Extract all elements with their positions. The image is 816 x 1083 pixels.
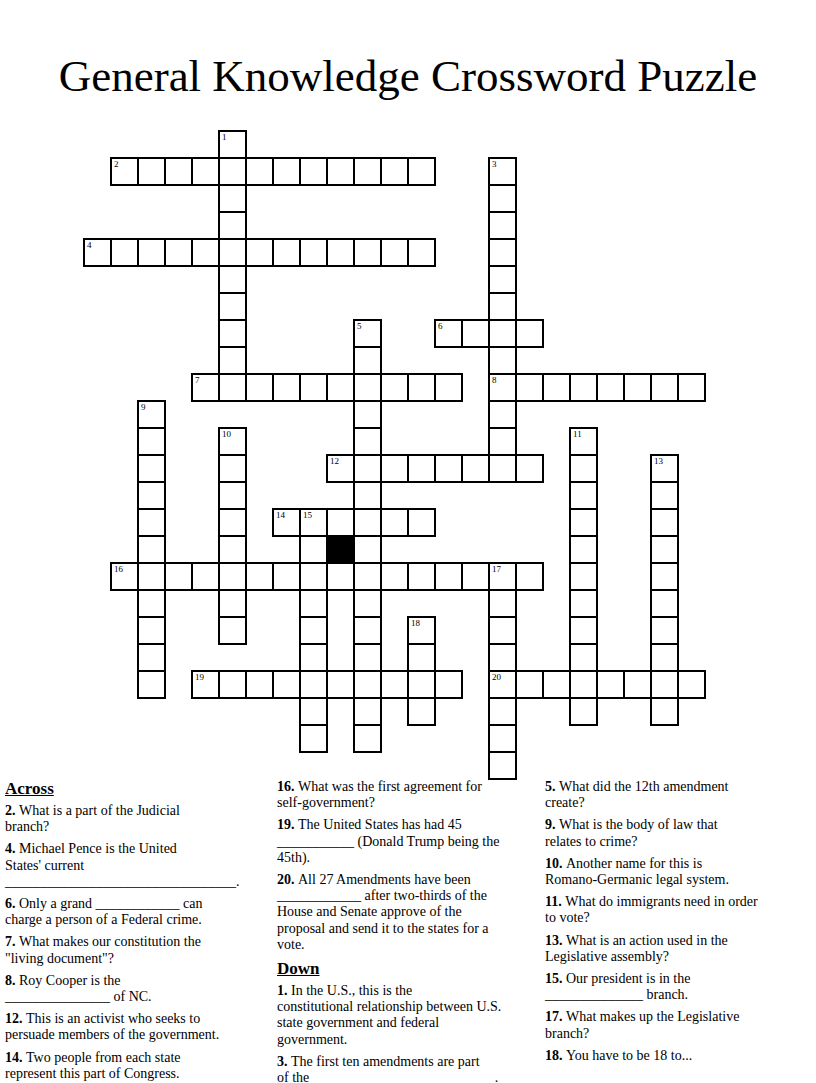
grid-cell[interactable] <box>110 238 139 267</box>
cell-number: 12 <box>330 456 339 466</box>
grid-cell[interactable] <box>137 481 166 510</box>
grid-cell[interactable] <box>488 643 517 672</box>
grid-cell[interactable] <box>245 373 274 402</box>
clue-section-header: Across <box>5 779 255 798</box>
grid-cell[interactable] <box>434 562 463 591</box>
grid-cell[interactable] <box>218 265 247 294</box>
clue-number: 7. <box>5 934 19 949</box>
grid-cell[interactable] <box>245 157 274 186</box>
grid-cell[interactable]: 11 <box>569 427 598 456</box>
grid-cell[interactable] <box>380 454 409 483</box>
grid-cell[interactable] <box>137 589 166 618</box>
clue: 4. Michael Pence is the United States' c… <box>5 841 255 890</box>
grid-cell[interactable]: 6 <box>434 319 463 348</box>
grid-cell[interactable] <box>650 508 679 537</box>
grid-cell[interactable]: 5 <box>353 319 382 348</box>
cell-number: 11 <box>573 429 582 439</box>
grid-cell[interactable] <box>380 562 409 591</box>
cell-number: 6 <box>438 321 443 331</box>
grid-cell[interactable] <box>245 238 274 267</box>
grid-cell[interactable] <box>137 616 166 645</box>
grid-cell[interactable] <box>461 454 490 483</box>
clue: 17. What makes up the Legislative branch… <box>545 1009 805 1041</box>
clue: 18. You have to be 18 to... <box>545 1048 805 1064</box>
grid-cell[interactable] <box>569 697 598 726</box>
clue: 5. What did the 12th amendment create? <box>545 779 805 811</box>
grid-cell[interactable] <box>677 373 706 402</box>
grid-cell[interactable] <box>218 184 247 213</box>
cell-number: 10 <box>222 429 231 439</box>
cell-number: 1 <box>222 132 227 142</box>
grid-cell[interactable] <box>137 157 166 186</box>
page-title: General Knowledge Crossword Puzzle <box>0 50 816 102</box>
grid-cell[interactable] <box>299 670 328 699</box>
grid-cell[interactable] <box>353 157 382 186</box>
grid-cell[interactable] <box>542 373 571 402</box>
grid-cell[interactable] <box>407 508 436 537</box>
grid-cell[interactable] <box>353 535 382 564</box>
cell-number: 18 <box>411 618 420 628</box>
grid-cell[interactable] <box>515 562 544 591</box>
grid-cell[interactable] <box>326 157 355 186</box>
grid-cell[interactable] <box>650 697 679 726</box>
grid-cell[interactable] <box>623 670 652 699</box>
grid-cell[interactable] <box>380 373 409 402</box>
grid-cell[interactable] <box>650 535 679 564</box>
grid-cell[interactable] <box>299 643 328 672</box>
clue-column-middle: 16. What was the first agreement for sel… <box>277 779 541 1083</box>
grid-cell[interactable] <box>218 238 247 267</box>
grid-cell[interactable] <box>299 616 328 645</box>
clue: 11. What do immigrants need in order to … <box>545 894 805 926</box>
grid-cell[interactable]: 14 <box>272 508 301 537</box>
grid-cell[interactable] <box>650 643 679 672</box>
grid-cell[interactable] <box>191 157 220 186</box>
grid-cell[interactable] <box>326 373 355 402</box>
grid-cell[interactable] <box>218 346 247 375</box>
grid-cell[interactable] <box>596 373 625 402</box>
grid-cell[interactable] <box>137 562 166 591</box>
grid-cell[interactable] <box>272 670 301 699</box>
grid-cell[interactable] <box>245 562 274 591</box>
grid-cell[interactable] <box>569 670 598 699</box>
clue-number: 19. <box>277 817 298 832</box>
clue: 12. This is an activist who seeks to per… <box>5 1011 255 1043</box>
grid-cell[interactable] <box>137 670 166 699</box>
grid-cell[interactable] <box>137 427 166 456</box>
grid-cell[interactable] <box>218 292 247 321</box>
grid-cell[interactable] <box>407 562 436 591</box>
grid-cell[interactable] <box>407 157 436 186</box>
grid-cell[interactable]: 1 <box>218 130 247 159</box>
grid-cell[interactable] <box>650 616 679 645</box>
grid-cell[interactable] <box>542 670 571 699</box>
grid-cell[interactable]: 13 <box>650 454 679 483</box>
grid-cell[interactable] <box>569 589 598 618</box>
grid-cell[interactable] <box>272 373 301 402</box>
grid-cell[interactable] <box>272 157 301 186</box>
clue: 13. What is an action used in the Legisl… <box>545 933 805 965</box>
grid-cell[interactable] <box>623 373 652 402</box>
grid-cell[interactable]: 15 <box>299 508 328 537</box>
clue: 6. Only a grand ____________ can charge … <box>5 896 255 928</box>
grid-cell[interactable] <box>488 724 517 753</box>
clue-number: 14. <box>5 1050 26 1065</box>
grid-cell[interactable] <box>218 562 247 591</box>
grid-cell[interactable] <box>353 346 382 375</box>
grid-cell[interactable] <box>380 670 409 699</box>
grid-cell[interactable] <box>407 373 436 402</box>
grid-cell[interactable] <box>326 238 355 267</box>
grid-cell[interactable]: 16 <box>110 562 139 591</box>
grid-cell[interactable] <box>353 508 382 537</box>
clue-section: Across2. What is a part of the Judicial … <box>0 779 816 1083</box>
grid-cell[interactable]: 2 <box>110 157 139 186</box>
clue: 2. What is a part of the Judicial branch… <box>5 803 255 835</box>
crossword-grid: 1234567891011121314151617181920 <box>83 130 708 782</box>
grid-cell[interactable] <box>488 184 517 213</box>
grid-cell[interactable] <box>218 481 247 510</box>
grid-cell[interactable] <box>380 508 409 537</box>
grid-cell[interactable]: 10 <box>218 427 247 456</box>
clue: 8. Roy Cooper is the _______________ of … <box>5 973 255 1005</box>
clue-number: 20. <box>277 872 298 887</box>
grid-cell[interactable] <box>218 157 247 186</box>
grid-cell[interactable] <box>488 238 517 267</box>
grid-cell[interactable] <box>488 697 517 726</box>
cell-number: 14 <box>276 510 285 520</box>
grid-cell[interactable] <box>353 616 382 645</box>
cell-number: 3 <box>492 159 497 169</box>
grid-cell[interactable] <box>272 238 301 267</box>
grid-cell[interactable] <box>515 670 544 699</box>
grid-cell[interactable] <box>218 670 247 699</box>
grid-cell[interactable] <box>218 454 247 483</box>
grid-cell[interactable] <box>488 400 517 429</box>
grid-cell[interactable] <box>245 670 274 699</box>
grid-cell[interactable] <box>380 238 409 267</box>
clue: 7. What makes our constitution the "livi… <box>5 934 255 966</box>
grid-cell[interactable] <box>515 373 544 402</box>
clue: 15. Our president is in the ____________… <box>545 971 805 1003</box>
grid-cell[interactable] <box>137 238 166 267</box>
grid-cell[interactable] <box>407 238 436 267</box>
grid-cell[interactable] <box>218 211 247 240</box>
grid-cell[interactable] <box>353 238 382 267</box>
grid-cell[interactable]: 7 <box>191 373 220 402</box>
grid-cell[interactable] <box>434 454 463 483</box>
grid-cell[interactable] <box>596 670 625 699</box>
grid-cell[interactable] <box>650 481 679 510</box>
cell-number: 19 <box>195 672 204 682</box>
grid-cell[interactable] <box>218 616 247 645</box>
grid-cell[interactable] <box>677 670 706 699</box>
grid-cell[interactable] <box>299 589 328 618</box>
grid-cell[interactable] <box>137 643 166 672</box>
grid-cell[interactable] <box>434 373 463 402</box>
grid-cell[interactable] <box>353 562 382 591</box>
grid-cell[interactable] <box>650 562 679 591</box>
grid-cell[interactable]: 17 <box>488 562 517 591</box>
clue-number: 8. <box>5 973 19 988</box>
cell-number: 20 <box>492 672 501 682</box>
grid-cell[interactable] <box>353 400 382 429</box>
grid-cell[interactable] <box>488 454 517 483</box>
grid-cell[interactable]: 8 <box>488 373 517 402</box>
grid-cell[interactable] <box>137 508 166 537</box>
clue: 14. Two people from each state represent… <box>5 1050 255 1082</box>
clue: 19. The United States has had 45 _______… <box>277 817 541 866</box>
grid-cell[interactable] <box>137 535 166 564</box>
cell-number: 15 <box>303 510 312 520</box>
clue-number: 17. <box>545 1009 566 1024</box>
grid-cell[interactable] <box>353 427 382 456</box>
clue-number: 2. <box>5 803 19 818</box>
grid-cell[interactable] <box>191 562 220 591</box>
grid-cell[interactable] <box>191 238 220 267</box>
grid-cell[interactable] <box>515 319 544 348</box>
clue-number: 3. <box>277 1054 291 1069</box>
grid-cell[interactable] <box>569 454 598 483</box>
grid-cell[interactable] <box>407 643 436 672</box>
grid-cell[interactable]: 18 <box>407 616 436 645</box>
grid-cell[interactable] <box>299 157 328 186</box>
grid-cell[interactable] <box>380 157 409 186</box>
grid-cell[interactable] <box>569 481 598 510</box>
grid-cell[interactable] <box>164 238 193 267</box>
clue-number: 18. <box>545 1048 566 1063</box>
clue: 10. Another name for this is Romano-Germ… <box>545 856 805 888</box>
grid-cell[interactable] <box>137 454 166 483</box>
grid-cell[interactable] <box>218 508 247 537</box>
grid-cell[interactable] <box>569 643 598 672</box>
grid-cell[interactable] <box>353 724 382 753</box>
grid-cell[interactable] <box>461 319 490 348</box>
grid-cell[interactable] <box>218 535 247 564</box>
grid-cell[interactable] <box>353 373 382 402</box>
grid-cell[interactable] <box>164 562 193 591</box>
cell-number: 16 <box>114 564 123 574</box>
cell-number: 4 <box>87 240 92 250</box>
grid-cell[interactable] <box>218 589 247 618</box>
grid-cell[interactable]: 3 <box>488 157 517 186</box>
cell-number: 5 <box>357 321 362 331</box>
grid-cell[interactable] <box>299 238 328 267</box>
grid-cell[interactable] <box>299 562 328 591</box>
grid-cell[interactable] <box>326 670 355 699</box>
grid-cell[interactable] <box>488 319 517 348</box>
clue-number: 10. <box>545 856 566 871</box>
grid-cell[interactable] <box>218 319 247 348</box>
grid-cell[interactable] <box>488 346 517 375</box>
grid-cell[interactable] <box>434 670 463 699</box>
clue-number: 11. <box>545 894 565 909</box>
grid-cell[interactable]: 12 <box>326 454 355 483</box>
grid-cell[interactable]: 9 <box>137 400 166 429</box>
clue-number: 16. <box>277 779 298 794</box>
grid-cell[interactable] <box>461 562 490 591</box>
grid-cell[interactable] <box>272 562 301 591</box>
clue-number: 4. <box>5 841 19 856</box>
grid-cell[interactable] <box>299 697 328 726</box>
clue-number: 13. <box>545 933 566 948</box>
clue-number: 9. <box>545 817 559 832</box>
cell-number: 7 <box>195 375 200 385</box>
grid-cell[interactable] <box>218 373 247 402</box>
grid-cell[interactable] <box>326 508 355 537</box>
grid-cell[interactable] <box>407 670 436 699</box>
clue-number: 12. <box>5 1011 26 1026</box>
cell-number: 13 <box>654 456 663 466</box>
grid-cell[interactable] <box>569 562 598 591</box>
grid-cell[interactable] <box>515 454 544 483</box>
grid-cell[interactable] <box>353 454 382 483</box>
clue-column-left: Across2. What is a part of the Judicial … <box>5 779 255 1083</box>
grid-cell[interactable]: 19 <box>191 670 220 699</box>
clue-number: 15. <box>545 971 566 986</box>
grid-cell[interactable] <box>353 670 382 699</box>
grid-cell[interactable] <box>650 589 679 618</box>
grid-cell[interactable] <box>488 211 517 240</box>
grid-cell[interactable] <box>650 670 679 699</box>
grid-cell[interactable] <box>650 373 679 402</box>
grid-cell[interactable] <box>569 535 598 564</box>
cell-number: 8 <box>492 375 497 385</box>
grid-cell[interactable] <box>353 481 382 510</box>
grid-cell[interactable] <box>299 724 328 753</box>
clue-number: 5. <box>545 779 559 794</box>
clue-column-right: 5. What did the 12th amendment create?9.… <box>545 779 805 1070</box>
grid-cell[interactable] <box>488 589 517 618</box>
grid-cell[interactable] <box>299 373 328 402</box>
grid-cell[interactable] <box>299 535 328 564</box>
grid-cell[interactable]: 20 <box>488 670 517 699</box>
clue: 3. The first ten amendments are part of … <box>277 1054 541 1083</box>
grid-cell[interactable] <box>353 589 382 618</box>
grid-cell[interactable] <box>569 508 598 537</box>
cell-number: 2 <box>114 159 119 169</box>
grid-cell[interactable] <box>164 157 193 186</box>
clue: 16. What was the first agreement for sel… <box>277 779 541 811</box>
grid-cell[interactable]: 4 <box>83 238 112 267</box>
grid-cell[interactable] <box>488 292 517 321</box>
clue-number: 1. <box>277 983 291 998</box>
grid-cell[interactable] <box>488 616 517 645</box>
grid-cell[interactable] <box>407 697 436 726</box>
grid-cell[interactable] <box>488 427 517 456</box>
cell-number: 9 <box>141 402 146 412</box>
grid-cell[interactable] <box>569 373 598 402</box>
grid-cell[interactable] <box>353 643 382 672</box>
grid-cell[interactable] <box>353 697 382 726</box>
clue: 1. In the U.S., this is the constitution… <box>277 983 541 1048</box>
grid-cell[interactable] <box>488 265 517 294</box>
clue-section-header: Down <box>277 959 541 978</box>
cell-number: 17 <box>492 564 501 574</box>
black-cell <box>326 535 355 564</box>
grid-cell[interactable] <box>569 616 598 645</box>
grid-cell[interactable] <box>407 454 436 483</box>
clue-number: 6. <box>5 896 19 911</box>
grid-cell[interactable] <box>326 562 355 591</box>
grid-cell[interactable] <box>488 751 517 780</box>
clue: 20. All 27 Amendments have been ________… <box>277 872 541 953</box>
clue: 9. What is the body of law that relates … <box>545 817 805 849</box>
crossword-page: { "game": "crossword", "title": "General… <box>0 0 816 1083</box>
